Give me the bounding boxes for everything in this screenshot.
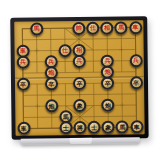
piece-character: 卒	[105, 80, 111, 86]
piece-character: 兵	[76, 58, 82, 64]
xiangqi-piece-red[interactable]: 仕	[86, 21, 99, 34]
xiangqi-piece-black[interactable]: 士	[88, 121, 101, 134]
xiangqi-piece-black[interactable]: 卒	[45, 77, 58, 90]
xiangqi-piece-black[interactable]: 車	[17, 122, 30, 135]
xiangqi-piece-black[interactable]: 車	[130, 121, 143, 134]
piece-character: 卒	[48, 81, 54, 87]
piece-character: 馬	[33, 25, 39, 31]
piece-character: 相	[104, 25, 110, 31]
piece-character: 馬	[118, 24, 124, 30]
piece-character: 車	[134, 124, 140, 130]
xiangqi-piece-red[interactable]: 馬	[30, 22, 43, 35]
piece-character: 卒	[20, 81, 26, 87]
piece-character: 車	[20, 48, 26, 54]
piece-character: 卒	[133, 80, 139, 86]
xiangqi-piece-black[interactable]: 卒	[16, 78, 29, 91]
piece-character: 兵	[104, 58, 110, 64]
board-frame: 馬帥仕相馬車車仕相兵兵兵兵兵炮炮卒卒卒卒卒炮象炮馬車士將士象馬車	[10, 16, 148, 140]
xiangqi-piece-black[interactable]: 卒	[73, 77, 86, 90]
piece-character: 卒	[76, 80, 82, 86]
piece-character: 車	[21, 126, 27, 132]
piece-character: 炮	[49, 103, 55, 109]
xiangqi-piece-red[interactable]: 相	[101, 21, 114, 34]
xiangqi-piece-black[interactable]: 馬	[116, 121, 129, 134]
xiangqi-piece-red[interactable]: 仕	[58, 44, 71, 57]
xiangqi-piece-red[interactable]: 兵	[16, 55, 29, 68]
xiangqi-piece-black[interactable]: 象	[102, 121, 115, 134]
piece-character: 兵	[133, 58, 139, 64]
xiangqi-piece-black[interactable]: 象	[73, 99, 86, 112]
xiangqi-set: 馬帥仕相馬車車仕相兵兵兵兵兵炮炮卒卒卒卒卒炮象炮馬車士將士象馬車	[10, 16, 149, 147]
piece-character: 炮	[105, 102, 111, 108]
piece-character: 馬	[119, 124, 125, 130]
piece-character: 車	[132, 24, 138, 30]
piece-character: 士	[91, 125, 97, 131]
xiangqi-board: 馬帥仕相馬車車仕相兵兵兵兵兵炮炮卒卒卒卒卒炮象炮馬車士將士象馬車	[14, 20, 144, 136]
piece-character: 象	[77, 103, 83, 109]
piece-layer: 馬帥仕相馬車車仕相兵兵兵兵兵炮炮卒卒卒卒卒炮象炮馬車士將士象馬車	[14, 20, 144, 136]
xiangqi-piece-red[interactable]: 車	[129, 21, 142, 34]
piece-character: 士	[63, 125, 69, 131]
xiangqi-piece-black[interactable]: 士	[59, 121, 72, 134]
xiangqi-piece-red[interactable]: 馬	[115, 21, 128, 34]
xiangqi-piece-black[interactable]: 卒	[101, 77, 114, 90]
xiangqi-piece-black[interactable]: 炮	[45, 99, 58, 112]
piece-character: 象	[105, 125, 111, 131]
clasp	[69, 138, 91, 144]
piece-character: 仕	[62, 47, 68, 53]
piece-character: 馬	[63, 114, 69, 120]
xiangqi-piece-red[interactable]: 兵	[73, 55, 86, 68]
xiangqi-piece-black[interactable]: 卒	[129, 76, 142, 89]
piece-character: 相	[76, 47, 82, 53]
piece-character: 炮	[105, 69, 111, 75]
xiangqi-piece-black[interactable]: 炮	[101, 99, 114, 112]
piece-character: 兵	[20, 59, 26, 65]
piece-character: 帥	[76, 25, 82, 31]
piece-character: 將	[77, 125, 83, 131]
xiangqi-piece-black[interactable]: 將	[73, 121, 86, 134]
product-photo-scene: 馬帥仕相馬車車仕相兵兵兵兵兵炮炮卒卒卒卒卒炮象炮馬車士將士象馬車	[0, 0, 160, 160]
piece-character: 兵	[48, 59, 54, 65]
piece-character: 炮	[48, 70, 54, 76]
xiangqi-piece-red[interactable]: 兵	[129, 54, 142, 67]
piece-character: 仕	[90, 25, 96, 31]
base-strip	[21, 137, 140, 144]
xiangqi-piece-red[interactable]: 帥	[72, 21, 85, 34]
